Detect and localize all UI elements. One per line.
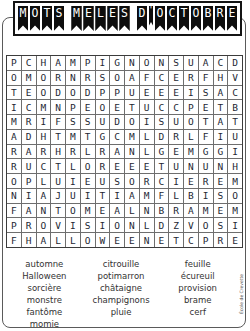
word-list-item: monstre (6, 294, 83, 306)
grid-cell: T (199, 115, 213, 129)
grid-cell: H (37, 130, 51, 144)
grid-cell: H (22, 233, 36, 247)
grid-cell: I (96, 218, 110, 232)
word-list-item: châtaigne (83, 282, 160, 294)
grid-cell: S (81, 218, 95, 232)
grid-cell: P (81, 56, 95, 70)
grid-cell: L (184, 130, 198, 144)
grid-cell: O (110, 218, 124, 232)
grid-cell: S (66, 115, 80, 129)
grid-cell: S (214, 189, 228, 203)
title-flag: T (42, 6, 53, 31)
grid-cell: L (140, 130, 154, 144)
grid-cell: P (110, 86, 124, 100)
grid-cell: I (140, 115, 154, 129)
grid-cell: T (228, 115, 242, 129)
grid-cell: R (22, 218, 36, 232)
grid-cell: L (140, 218, 154, 232)
title-flags: MOTSMELESD'OCTOBRE (18, 6, 238, 31)
grid-cell: R (51, 71, 65, 85)
grid-cell: R (169, 204, 183, 218)
grid-cell: F (7, 233, 21, 247)
word-list-item: provision (159, 282, 236, 294)
grid-cell: R (7, 145, 21, 159)
grid-cell: A (125, 71, 139, 85)
grid-cell: O (125, 115, 139, 129)
grid-cell: R (66, 145, 80, 159)
grid-cell: R (184, 71, 198, 85)
grid-cell: O (7, 174, 21, 188)
word-list-item: fantôme (6, 306, 83, 318)
credit-text: École de Crevette (238, 267, 246, 322)
grid-cell: N (125, 218, 139, 232)
title-flag: O (191, 6, 202, 31)
grid-cell: D (81, 86, 95, 100)
word-list-item: Halloween (6, 270, 83, 282)
grid-cell: I (37, 115, 51, 129)
grid-cell: M (7, 115, 21, 129)
title-flag: L (95, 6, 106, 31)
grid-cell: O (81, 233, 95, 247)
word-list-column: citrouillepotimarronchâtaignechampignons… (83, 258, 160, 330)
grid-cell: E (140, 86, 154, 100)
grid-cell: O (228, 189, 242, 203)
grid-cell: I (110, 189, 124, 203)
grid-cell: J (51, 189, 65, 203)
grid-cell: T (169, 233, 183, 247)
grid-cell: F (51, 115, 65, 129)
grid-cell: V (228, 71, 242, 85)
grid-cell: O (66, 86, 80, 100)
grid-cell: E (155, 86, 169, 100)
grid-cell: R (22, 115, 36, 129)
grid-cell: F (155, 189, 169, 203)
grid-cell: D (155, 218, 169, 232)
title-flag: E (107, 6, 118, 31)
grid-cell: Z (169, 218, 183, 232)
grid-cell: M (66, 56, 80, 70)
grid-cell: A (22, 145, 36, 159)
grid-cell: N (125, 56, 139, 70)
title-word: MELES (71, 6, 130, 31)
grid-cell: T (7, 86, 21, 100)
grid-cell: A (37, 233, 51, 247)
grid-cell: I (169, 174, 183, 188)
title-word: MOTS (18, 6, 65, 31)
word-list-column: feuilleécureuilprovisionbramecerf (159, 258, 236, 330)
grid-cell: P (7, 56, 21, 70)
grid-cell: E (110, 159, 124, 173)
grid-cell: M (228, 204, 242, 218)
grid-cell: E (125, 233, 139, 247)
grid-cell: L (66, 233, 80, 247)
grid-cell: E (81, 100, 95, 114)
grid-cell: E (140, 159, 154, 173)
grid-cell: O (110, 71, 124, 85)
grid-cell: I (228, 145, 242, 159)
grid-cell: E (110, 233, 124, 247)
grid-cell: R (214, 233, 228, 247)
title-flag: M (71, 6, 82, 31)
grid-cell: E (125, 159, 139, 173)
grid-cell: L (169, 189, 183, 203)
grid-cell: E (155, 233, 169, 247)
grid-cell: E (214, 174, 228, 188)
grid-cell: E (228, 233, 242, 247)
grid-cell: A (125, 189, 139, 203)
grid-cell: L (81, 145, 95, 159)
grid-cell: C (37, 159, 51, 173)
grid-cell: A (184, 204, 198, 218)
grid-cell: L (66, 159, 80, 173)
grid-cell: M (140, 189, 154, 203)
grid-cell: A (214, 115, 228, 129)
grid-cell: T (51, 159, 65, 173)
grid-cell: V (184, 218, 198, 232)
word-list-item: momie (6, 318, 83, 330)
grid-cell: D (228, 56, 242, 70)
grid-cell: O (81, 159, 95, 173)
grid-cell: U (169, 115, 183, 129)
grid-cell: U (125, 86, 139, 100)
grid-cell: M (199, 204, 213, 218)
grid-cell: C (155, 174, 169, 188)
grid-cell: H (214, 71, 228, 85)
grid-cell: T (125, 100, 139, 114)
grid-cell: M (66, 130, 80, 144)
grid-cell: N (155, 56, 169, 70)
grid-cell: C (155, 71, 169, 85)
grid-cell: L (51, 233, 65, 247)
grid-cell: A (199, 56, 213, 70)
word-list-item: potimarron (83, 270, 160, 282)
grid-cell: U (96, 174, 110, 188)
grid-cell: L (125, 204, 139, 218)
grid-cell: I (81, 189, 95, 203)
grid-cell: C (214, 56, 228, 70)
title-flag: O (30, 6, 41, 31)
grid-cell: E (96, 204, 110, 218)
grid-cell: E (184, 174, 198, 188)
grid-cell: L (37, 174, 51, 188)
grid-cell: M (81, 204, 95, 218)
grid-cell: F (7, 204, 21, 218)
grid-cell: U (66, 189, 80, 203)
grid-cell: P (66, 100, 80, 114)
grid-cell: G (199, 145, 213, 159)
grid-cell: S (199, 86, 213, 100)
grid-cell: O (140, 56, 154, 70)
grid-cell: F (199, 71, 213, 85)
grid-cell: P (96, 86, 110, 100)
grid-cell: I (199, 189, 213, 203)
grid-cell: F (199, 130, 213, 144)
grid-cell: E (22, 86, 36, 100)
grid-cell: L (140, 145, 154, 159)
grid-cell: O (96, 100, 110, 114)
grid-cell: M (125, 130, 139, 144)
grid-cell: D (155, 130, 169, 144)
grid-cell: G (155, 145, 169, 159)
grid-cell: R (96, 159, 110, 173)
grid-cell: I (7, 100, 21, 114)
grid-cell: B (184, 189, 198, 203)
grid-cell: P (199, 233, 213, 247)
grid-cell: N (214, 159, 228, 173)
grid-cell: H (51, 145, 65, 159)
grid-cell: A (110, 204, 124, 218)
grid-cell: N (7, 189, 21, 203)
grid-cell: I (184, 86, 198, 100)
title-flag: E (83, 6, 94, 31)
grid-cell: R (37, 145, 51, 159)
grid-cell: C (169, 100, 183, 114)
grid-cell: T (81, 130, 95, 144)
grid-cell: O (37, 218, 51, 232)
grid-cell: M (37, 100, 51, 114)
grid-cell: C (155, 100, 169, 114)
grid-cell: W (96, 233, 110, 247)
title-word: D'OCTOBRE (137, 6, 238, 31)
grid-cell: H (37, 56, 51, 70)
grid-cell: U (51, 174, 65, 188)
title-flag: T (179, 6, 190, 31)
grid-cell: T (214, 100, 228, 114)
grid-cell: E (169, 86, 183, 100)
title-flag: M (18, 6, 29, 31)
grid-cell: V (51, 218, 65, 232)
grid-cell: N (140, 233, 154, 247)
grid-cell: N (51, 100, 65, 114)
grid-cell: O (37, 86, 51, 100)
grid-cell: M (22, 71, 36, 85)
title-flag-apostrophe: ' (149, 6, 154, 26)
title-flag: E (227, 6, 238, 31)
grid-cell: O (199, 218, 213, 232)
grid-cell: O (125, 174, 139, 188)
grid-cell: P (184, 100, 198, 114)
grid-cell: G (96, 130, 110, 144)
grid-cell: T (155, 159, 169, 173)
grid-cell: C (184, 233, 198, 247)
grid-cell: N (66, 71, 80, 85)
grid-cell: S (214, 218, 228, 232)
grid-cell: D (51, 86, 65, 100)
grid-cell: S (169, 56, 183, 70)
grid-cell: P (22, 174, 36, 188)
title-banner: MOTSMELESD'OCTOBRE (13, 1, 242, 36)
grid-cell: R (169, 130, 183, 144)
grid-cell: N (184, 159, 198, 173)
grid-cell: I (228, 218, 242, 232)
grid-cell: E (81, 174, 95, 188)
grid-cell: E (169, 71, 183, 85)
title-flag: D (137, 6, 148, 31)
grid-cell: R (7, 159, 21, 173)
grid-cell: D (22, 130, 36, 144)
grid-cell: C (110, 130, 124, 144)
grid-cell: B (228, 100, 242, 114)
grid-cell: T (51, 130, 65, 144)
grid-cell: S (81, 115, 95, 129)
grid-cell: U (169, 159, 183, 173)
grid-cell: I (66, 174, 80, 188)
grid-cell: P (7, 218, 21, 232)
grid-cell: T (96, 189, 110, 203)
grid-cell: T (51, 204, 65, 218)
grid-cell: S (155, 115, 169, 129)
word-list: automneHalloweensorcièremonstrefantômemo… (6, 258, 236, 330)
grid-cell: A (214, 86, 228, 100)
grid-cell: D (110, 115, 124, 129)
word-list-column: automneHalloweensorcièremonstrefantômemo… (6, 258, 83, 330)
grid-cell: C (228, 86, 242, 100)
grid-cell: S (96, 71, 110, 85)
grid-cell: C (22, 100, 36, 114)
grid-cell: G (110, 56, 124, 70)
grid-cell: O (7, 71, 21, 85)
letter-grid: PCHAMPIGNONSUACDOMORNRSOAFCERFHVTEODODPP… (6, 55, 243, 248)
word-list-item: brame (159, 294, 236, 306)
grid-cell: A (37, 189, 51, 203)
word-list-item: automne (6, 258, 83, 270)
grid-cell: M (228, 174, 242, 188)
grid-cell: A (51, 56, 65, 70)
grid-cell: N (37, 204, 51, 218)
grid-cell: S (110, 174, 124, 188)
grid-cell: I (96, 56, 110, 70)
grid-cell: E (110, 100, 124, 114)
grid-cell: I (214, 130, 228, 144)
word-list-item: champignons (83, 294, 160, 306)
grid-cell: A (110, 145, 124, 159)
grid-cell: A (22, 204, 36, 218)
grid-cell: N (125, 145, 139, 159)
grid-cell: C (22, 56, 36, 70)
grid-cell: R (199, 174, 213, 188)
grid-cell: O (37, 71, 51, 85)
grid-cell: H (228, 159, 242, 173)
title-flag: R (215, 6, 226, 31)
grid-cell: N (140, 204, 154, 218)
grid-cell: E (199, 100, 213, 114)
grid-cell: U (96, 115, 110, 129)
grid-cell: E (169, 145, 183, 159)
grid-cell: U (22, 159, 36, 173)
title-flag: S (54, 6, 65, 31)
grid-cell: U (199, 159, 213, 173)
grid-cell: B (155, 204, 169, 218)
grid-cell: E (214, 204, 228, 218)
grid-cell: F (140, 71, 154, 85)
grid-cell: R (96, 145, 110, 159)
word-list-item: citrouille (83, 258, 160, 270)
grid-cell: I (22, 189, 36, 203)
grid-cell: O (184, 115, 198, 129)
grid-cell: U (184, 56, 198, 70)
grid-cell: O (66, 204, 80, 218)
word-list-item: feuille (159, 258, 236, 270)
title-flag: S (119, 6, 130, 31)
word-list-item: sorcière (6, 282, 83, 294)
word-list-item: pluie (83, 306, 160, 318)
grid-cell: I (66, 218, 80, 232)
word-list-item: écureuil (159, 270, 236, 282)
grid-cell: R (140, 174, 154, 188)
word-list-item: cerf (159, 306, 236, 318)
grid-cell: U (140, 100, 154, 114)
title-flag: O (155, 6, 166, 31)
title-flag: C (167, 6, 178, 31)
grid-cell: A (7, 130, 21, 144)
grid-cell: M (184, 145, 198, 159)
grid-cell: R (81, 71, 95, 85)
title-flag: B (203, 6, 214, 31)
grid-cell: G (214, 145, 228, 159)
grid-cell: U (228, 130, 242, 144)
